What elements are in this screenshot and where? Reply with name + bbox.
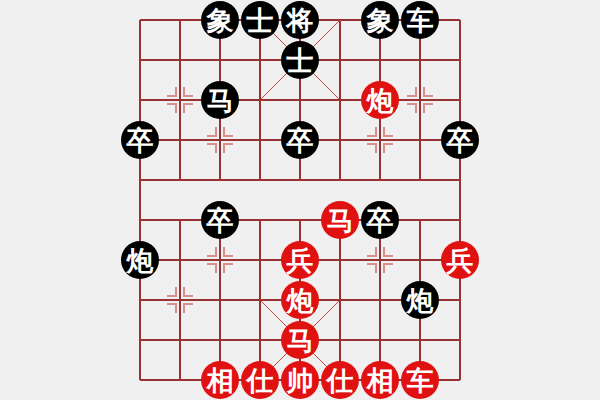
piece-black-advisor[interactable]: 士 bbox=[281, 41, 319, 79]
pieces-layer: 象士将象车士马炮卒卒卒卒马卒炮兵兵炮炮马相仕帅仕相车 bbox=[0, 0, 600, 400]
piece-red-advisor[interactable]: 仕 bbox=[241, 361, 279, 399]
piece-black-elephant[interactable]: 象 bbox=[201, 1, 239, 39]
piece-black-soldier[interactable]: 卒 bbox=[201, 201, 239, 239]
piece-black-soldier[interactable]: 卒 bbox=[121, 121, 159, 159]
piece-red-king[interactable]: 帅 bbox=[281, 361, 319, 399]
piece-black-elephant[interactable]: 象 bbox=[361, 1, 399, 39]
piece-red-soldier[interactable]: 兵 bbox=[281, 241, 319, 279]
piece-red-elephant[interactable]: 相 bbox=[361, 361, 399, 399]
piece-black-advisor[interactable]: 士 bbox=[241, 1, 279, 39]
piece-red-soldier[interactable]: 兵 bbox=[441, 241, 479, 279]
piece-black-horse[interactable]: 马 bbox=[201, 81, 239, 119]
piece-black-soldier[interactable]: 卒 bbox=[281, 121, 319, 159]
piece-red-chariot[interactable]: 车 bbox=[401, 361, 439, 399]
piece-red-advisor[interactable]: 仕 bbox=[321, 361, 359, 399]
piece-red-horse[interactable]: 马 bbox=[321, 201, 359, 239]
xiangqi-board: 象士将象车士马炮卒卒卒卒马卒炮兵兵炮炮马相仕帅仕相车 bbox=[0, 0, 600, 400]
piece-black-chariot[interactable]: 车 bbox=[401, 1, 439, 39]
piece-black-cannon[interactable]: 炮 bbox=[401, 281, 439, 319]
piece-black-soldier[interactable]: 卒 bbox=[441, 121, 479, 159]
piece-black-soldier[interactable]: 卒 bbox=[361, 201, 399, 239]
piece-red-elephant[interactable]: 相 bbox=[201, 361, 239, 399]
piece-black-king[interactable]: 将 bbox=[281, 1, 319, 39]
piece-black-cannon[interactable]: 炮 bbox=[121, 241, 159, 279]
piece-red-cannon[interactable]: 炮 bbox=[361, 81, 399, 119]
piece-red-cannon[interactable]: 炮 bbox=[281, 281, 319, 319]
piece-red-horse[interactable]: 马 bbox=[281, 321, 319, 359]
